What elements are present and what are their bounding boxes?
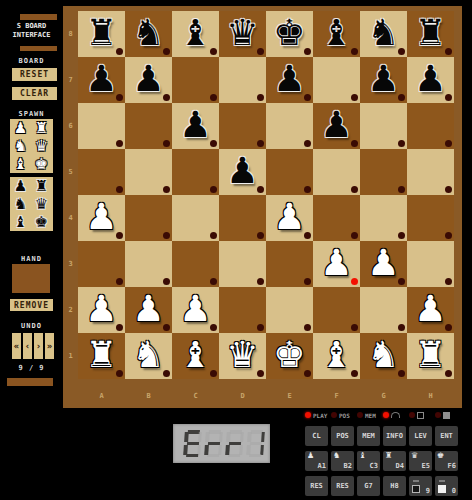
- lcd-segment: [204, 445, 208, 455]
- divider-bar-2: [20, 46, 57, 51]
- piece-black-rook[interactable]: ♜: [78, 11, 125, 57]
- rank-label-6: 6: [63, 103, 78, 149]
- spawn-black-rook[interactable]: ♜: [35, 177, 48, 195]
- lcd-segment: [186, 442, 198, 446]
- square-led: [351, 232, 358, 239]
- led-indicator: [409, 412, 415, 418]
- led-label: MEM: [365, 412, 376, 419]
- key-f6[interactable]: ♚F6: [435, 451, 458, 471]
- led-indicator: [435, 412, 441, 418]
- square-b8[interactable]: ♞: [125, 11, 172, 57]
- piece-white-knight[interactable]: ♞: [360, 333, 407, 379]
- piece-white-pawn[interactable]: ♟: [78, 287, 125, 333]
- black-square-icon: [412, 485, 420, 493]
- key-label: 0: [452, 487, 456, 495]
- led-indicator: [331, 412, 337, 418]
- board-section-label: BOARD: [0, 57, 63, 65]
- rank-label-2: 2: [63, 287, 78, 333]
- square-b6[interactable]: [125, 103, 172, 149]
- lcd-segment: [228, 454, 240, 458]
- chess-board: 87654321 ♜♞♝♛♚♝♞♜♟♟♟♟♟♟♟♟♟♟♟♟♟♟♟♟♜♞♝♛♚♝♞…: [63, 6, 462, 408]
- square-led: [398, 186, 405, 193]
- square-f4[interactable]: [313, 195, 360, 241]
- spawn-black-bishop[interactable]: ♝: [14, 213, 27, 231]
- key-0[interactable]: 0: [435, 476, 458, 496]
- square-c7[interactable]: [172, 57, 219, 103]
- file-label-b: B: [125, 392, 172, 400]
- white-king-icon: ♚: [437, 451, 444, 460]
- piece-white-bishop[interactable]: ♝: [172, 333, 219, 379]
- key-label: D4: [396, 462, 404, 470]
- square-g3[interactable]: ♟: [360, 241, 407, 287]
- square-led: [257, 278, 264, 285]
- undo-forward-button[interactable]: ›: [34, 333, 43, 359]
- dash-icon: [439, 480, 445, 482]
- lcd-segment: [183, 445, 187, 455]
- square-led: [210, 278, 217, 285]
- piece-white-knight[interactable]: ♞: [125, 333, 172, 379]
- key-label: 9: [426, 487, 430, 495]
- piece-white-pawn[interactable]: ♟: [360, 241, 407, 287]
- hand-section-label: HAND: [0, 255, 63, 263]
- square-g4[interactable]: [360, 195, 407, 241]
- piece-black-bishop[interactable]: ♝: [313, 11, 360, 57]
- piece-white-king[interactable]: ♚: [266, 333, 313, 379]
- square-led: [163, 186, 170, 193]
- square-led: [304, 324, 311, 331]
- spawn-black-pawn[interactable]: ♟: [14, 177, 27, 195]
- piece-white-pawn[interactable]: ♟: [407, 287, 454, 333]
- square-led: [210, 186, 217, 193]
- square-f2[interactable]: [313, 287, 360, 333]
- spawn-white-king[interactable]: ♚: [35, 155, 48, 173]
- file-label-e: E: [266, 392, 313, 400]
- square-h6[interactable]: [407, 103, 454, 149]
- square-g6[interactable]: [360, 103, 407, 149]
- square-led: [445, 140, 452, 147]
- square-b7[interactable]: ♟: [125, 57, 172, 103]
- square-a4[interactable]: ♟: [78, 195, 125, 241]
- piece-white-rook[interactable]: ♜: [78, 333, 125, 379]
- spawn-white-pawn[interactable]: ♟: [14, 119, 27, 137]
- piece-white-rook[interactable]: ♜: [407, 333, 454, 379]
- spawn-black-queen[interactable]: ♛: [35, 195, 48, 213]
- key-d4[interactable]: ♜D4: [383, 451, 406, 471]
- square-led: [163, 232, 170, 239]
- square-led: [351, 94, 358, 101]
- square-g7[interactable]: ♟: [360, 57, 407, 103]
- key-h8[interactable]: H8: [383, 476, 406, 496]
- piece-black-pawn[interactable]: ♟: [407, 57, 454, 103]
- square-a1[interactable]: ♜: [78, 333, 125, 379]
- piece-black-bishop[interactable]: ♝: [172, 11, 219, 57]
- spawn-white-knight[interactable]: ♞: [14, 137, 27, 155]
- square-e2[interactable]: [266, 287, 313, 333]
- lcd-segment: [184, 432, 188, 442]
- lcd-segment: [207, 454, 219, 458]
- square-e1[interactable]: ♚: [266, 333, 313, 379]
- rank-label-1: 1: [63, 333, 78, 379]
- led-indicator: [357, 412, 363, 418]
- spawn-black-knight[interactable]: ♞: [14, 195, 27, 213]
- square-c2[interactable]: ♟: [172, 287, 219, 333]
- square-led: [351, 186, 358, 193]
- square-led: [304, 140, 311, 147]
- undo-counter: 9 / 9: [0, 364, 63, 372]
- white-rook-icon: ♜: [385, 451, 392, 460]
- divider-bar-top: [20, 14, 57, 20]
- square-b3[interactable]: [125, 241, 172, 287]
- lcd-segment: [198, 432, 202, 442]
- undo-fast-forward-button[interactable]: »: [45, 333, 54, 359]
- square-led: [257, 232, 264, 239]
- key-res[interactable]: RES: [331, 476, 354, 496]
- square-d1[interactable]: ♛: [219, 333, 266, 379]
- piece-black-pawn[interactable]: ♟: [172, 103, 219, 149]
- file-label-g: G: [360, 392, 407, 400]
- white-bishop-icon: ♝: [359, 451, 366, 460]
- square-b1[interactable]: ♞: [125, 333, 172, 379]
- square-a2[interactable]: ♟: [78, 287, 125, 333]
- dash-icon: [413, 480, 419, 482]
- square-c5[interactable]: [172, 149, 219, 195]
- square-b5[interactable]: [125, 149, 172, 195]
- piece-white-bishop[interactable]: ♝: [313, 333, 360, 379]
- rank-label-3: 3: [63, 241, 78, 287]
- key-label: F6: [448, 462, 456, 470]
- square-led: [210, 94, 217, 101]
- square-g2[interactable]: [360, 287, 407, 333]
- piece-black-king[interactable]: ♚: [266, 11, 313, 57]
- square-d3[interactable]: [219, 241, 266, 287]
- square-led: [257, 94, 264, 101]
- key-label: E5: [422, 462, 430, 470]
- lcd-segment: [226, 432, 230, 442]
- square-a7[interactable]: ♟: [78, 57, 125, 103]
- spawn-white-rook[interactable]: ♜: [35, 119, 48, 137]
- square-led: [445, 232, 452, 239]
- lcd-segment: [249, 442, 261, 446]
- lcd-digit-3: [246, 430, 265, 457]
- lcd-segment: [228, 442, 240, 446]
- led-indicator: [305, 412, 311, 418]
- key-9[interactable]: 9: [409, 476, 432, 496]
- hand-slot[interactable]: [12, 264, 50, 293]
- rank-label-8: 8: [63, 11, 78, 57]
- divider-bar-bottom: [7, 378, 53, 386]
- key-pos[interactable]: POS: [331, 426, 354, 446]
- square-h1[interactable]: ♜: [407, 333, 454, 379]
- piece-white-pawn[interactable]: ♟: [313, 241, 360, 287]
- square-f3[interactable]: ♟: [313, 241, 360, 287]
- keypad-row2: ♟A1♞B2♝C3♜D4♛E5♚F6: [305, 451, 465, 471]
- square-f7[interactable]: [313, 57, 360, 103]
- key-label: A1: [318, 462, 326, 470]
- led-label: POS: [339, 412, 350, 419]
- square-g8[interactable]: ♞: [360, 11, 407, 57]
- square-led: [398, 232, 405, 239]
- clear-button[interactable]: CLEAR: [12, 87, 57, 100]
- square-h3[interactable]: [407, 241, 454, 287]
- key-info[interactable]: INFO: [383, 426, 406, 446]
- square-led: [116, 278, 123, 285]
- square-c1[interactable]: ♝: [172, 333, 219, 379]
- square-e4[interactable]: ♟: [266, 195, 313, 241]
- lcd-digit-1: [204, 430, 223, 457]
- key-ent[interactable]: ENT: [435, 426, 458, 446]
- lcd-segment: [207, 442, 219, 446]
- remove-button[interactable]: REMOVE: [10, 299, 53, 311]
- rank-label-5: 5: [63, 149, 78, 195]
- led-black-square-icon: [435, 412, 461, 419]
- white-square-icon: [438, 485, 446, 493]
- key-b2[interactable]: ♞B2: [331, 451, 354, 471]
- app-canvas: S BOARD INTERFACE BOARD RESET CLEAR SPAW…: [0, 0, 472, 500]
- key-lev[interactable]: LEV: [409, 426, 432, 446]
- square-led: [398, 324, 405, 331]
- piece-black-knight[interactable]: ♞: [360, 11, 407, 57]
- led-white-square-icon: [409, 412, 435, 419]
- spawn-white-bishop[interactable]: ♝: [14, 155, 27, 173]
- piece-white-queen[interactable]: ♛: [219, 333, 266, 379]
- key-c3[interactable]: ♝C3: [357, 451, 380, 471]
- lcd-segment: [186, 454, 198, 458]
- file-label-d: D: [219, 392, 266, 400]
- white-pawn-icon: ♟: [307, 451, 314, 460]
- square-h7[interactable]: ♟: [407, 57, 454, 103]
- square-led: [445, 186, 452, 193]
- board-squares: ♜♞♝♛♚♝♞♜♟♟♟♟♟♟♟♟♟♟♟♟♟♟♟♟♜♞♝♛♚♝♞♜: [78, 11, 454, 379]
- lcd-segment: [247, 432, 251, 442]
- square-c8[interactable]: ♝: [172, 11, 219, 57]
- piece-black-pawn[interactable]: ♟: [219, 149, 266, 195]
- undo-section-label: UNDO: [0, 322, 63, 330]
- piece-black-pawn[interactable]: ♟: [266, 57, 313, 103]
- square-led: [304, 186, 311, 193]
- led-indicator: [383, 412, 389, 418]
- rank-label-4: 4: [63, 195, 78, 241]
- square-d6[interactable]: [219, 103, 266, 149]
- square-e7[interactable]: ♟: [266, 57, 313, 103]
- square-b4[interactable]: [125, 195, 172, 241]
- square-d8[interactable]: ♛: [219, 11, 266, 57]
- white-queen-icon: ♛: [411, 451, 418, 460]
- square-d2[interactable]: [219, 287, 266, 333]
- lcd-segment: [225, 445, 229, 455]
- led-row: PLAYPOSMEM: [305, 411, 465, 419]
- square-a8[interactable]: ♜: [78, 11, 125, 57]
- key-mem[interactable]: MEM: [357, 426, 380, 446]
- undo-controls: «‹›»: [12, 333, 54, 359]
- white-square-icon: [417, 412, 424, 419]
- square-d4[interactable]: [219, 195, 266, 241]
- square-led: [257, 324, 264, 331]
- square-led: [116, 186, 123, 193]
- spawn-white-queen[interactable]: ♛: [35, 137, 48, 155]
- square-g1[interactable]: ♞: [360, 333, 407, 379]
- file-labels: ABCDEFGH: [78, 379, 454, 408]
- square-g5[interactable]: [360, 149, 407, 195]
- reset-button[interactable]: RESET: [12, 68, 57, 81]
- led-sound-icon: [383, 412, 409, 418]
- square-e5[interactable]: [266, 149, 313, 195]
- spawn-black-king[interactable]: ♚: [35, 213, 48, 231]
- square-led: [398, 140, 405, 147]
- lcd-display: [173, 424, 270, 463]
- file-label-h: H: [407, 392, 454, 400]
- piece-black-queen[interactable]: ♛: [219, 11, 266, 57]
- square-led: [163, 140, 170, 147]
- keypad: PLAYPOSMEM CLPOSMEMINFOLEVENT ♟A1♞B2♝C3♜…: [305, 411, 465, 496]
- file-label-f: F: [313, 392, 360, 400]
- file-label-a: A: [78, 392, 125, 400]
- square-led: [304, 278, 311, 285]
- square-f5[interactable]: [313, 149, 360, 195]
- square-c4[interactable]: [172, 195, 219, 241]
- square-a3[interactable]: [78, 241, 125, 287]
- square-h2[interactable]: ♟: [407, 287, 454, 333]
- sound-icon: [391, 412, 400, 418]
- square-f1[interactable]: ♝: [313, 333, 360, 379]
- rank-label-7: 7: [63, 57, 78, 103]
- piece-black-pawn[interactable]: ♟: [78, 57, 125, 103]
- square-led: [116, 140, 123, 147]
- led-play: PLAY: [305, 412, 331, 419]
- lcd-segment: [246, 445, 250, 455]
- square-h4[interactable]: [407, 195, 454, 241]
- spawn-palette-black: ♟♜♞♛♝♚: [10, 177, 53, 231]
- piece-white-pawn[interactable]: ♟: [266, 195, 313, 241]
- lcd-digit-2: [225, 430, 244, 457]
- key-g7[interactable]: G7: [357, 476, 380, 496]
- keypad-row1: CLPOSMEMINFOLEVENT: [305, 426, 465, 446]
- square-led: [210, 232, 217, 239]
- keypad-row3: RESRESG7H890: [305, 476, 465, 496]
- app-title-line1: S BOARD: [0, 22, 63, 30]
- square-led: [163, 278, 170, 285]
- key-label: B2: [344, 462, 352, 470]
- led-pos: POS: [331, 412, 357, 419]
- key-e5[interactable]: ♛E5: [409, 451, 432, 471]
- piece-white-pawn[interactable]: ♟: [125, 287, 172, 333]
- square-led: [257, 140, 264, 147]
- file-label-c: C: [172, 392, 219, 400]
- square-f6[interactable]: ♟: [313, 103, 360, 149]
- piece-white-pawn[interactable]: ♟: [78, 195, 125, 241]
- undo-back-button[interactable]: ‹: [23, 333, 32, 359]
- piece-black-knight[interactable]: ♞: [125, 11, 172, 57]
- lcd-segment: [205, 432, 209, 442]
- white-knight-icon: ♞: [333, 451, 340, 460]
- square-c3[interactable]: [172, 241, 219, 287]
- undo-fast-back-button[interactable]: «: [12, 333, 21, 359]
- square-led: [351, 324, 358, 331]
- square-a6[interactable]: [78, 103, 125, 149]
- key-label: C3: [370, 462, 378, 470]
- piece-black-pawn[interactable]: ♟: [360, 57, 407, 103]
- lcd-digit-0: [183, 430, 202, 457]
- square-c6[interactable]: ♟: [172, 103, 219, 149]
- square-h8[interactable]: ♜: [407, 11, 454, 57]
- key-res[interactable]: RES: [305, 476, 328, 496]
- square-h5[interactable]: [407, 149, 454, 195]
- lcd-segment: [249, 454, 261, 458]
- square-e8[interactable]: ♚: [266, 11, 313, 57]
- square-f8[interactable]: ♝: [313, 11, 360, 57]
- lcd-segment: [219, 432, 223, 442]
- square-e3[interactable]: [266, 241, 313, 287]
- led-label: PLAY: [313, 412, 327, 419]
- piece-black-pawn[interactable]: ♟: [313, 103, 360, 149]
- lcd-segment: [261, 432, 265, 442]
- piece-black-pawn[interactable]: ♟: [125, 57, 172, 103]
- piece-black-rook[interactable]: ♜: [407, 11, 454, 57]
- square-e6[interactable]: [266, 103, 313, 149]
- spawn-section-label: SPAWN: [0, 110, 63, 118]
- square-a5[interactable]: [78, 149, 125, 195]
- app-title-line2: INTERFACE: [0, 31, 63, 39]
- square-d7[interactable]: [219, 57, 266, 103]
- square-d5[interactable]: ♟: [219, 149, 266, 195]
- led-mem: MEM: [357, 412, 383, 419]
- spawn-palette-white: ♟♜♞♛♝♚: [10, 119, 53, 173]
- square-led: [445, 278, 452, 285]
- square-b2[interactable]: ♟: [125, 287, 172, 333]
- black-square-icon: [443, 412, 450, 419]
- piece-white-pawn[interactable]: ♟: [172, 287, 219, 333]
- key-cl[interactable]: CL: [305, 426, 328, 446]
- lcd-segment: [240, 432, 244, 442]
- key-a1[interactable]: ♟A1: [305, 451, 328, 471]
